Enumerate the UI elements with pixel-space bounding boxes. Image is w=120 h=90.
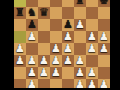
black-pawn-b6[interactable]: ♟: [27, 19, 37, 31]
square-g3[interactable]: [86, 55, 98, 67]
square-f8[interactable]: ♜: [74, 0, 86, 7]
square-h2[interactable]: [98, 67, 110, 79]
white-pawn-f2[interactable]: ♟: [75, 67, 85, 79]
square-a5-highlighted[interactable]: [14, 31, 26, 43]
square-d5[interactable]: [50, 31, 62, 43]
white-pawn-g2[interactable]: ♟: [87, 67, 97, 79]
chess-board: ♜♚♜♞♛♟♟♟♟♟♟♟♟♟♟♟♟♟♟♟♟♟♟♟♟♟♟♟♟♟♟♟: [14, 0, 110, 90]
square-h6[interactable]: [98, 19, 110, 31]
black-rook-a7[interactable]: ♜: [15, 7, 25, 19]
white-pawn-g4[interactable]: ♟: [87, 43, 97, 55]
square-g5[interactable]: ♟: [86, 31, 98, 43]
square-b6[interactable]: ♟: [26, 19, 38, 31]
square-e3[interactable]: ♟: [62, 55, 74, 67]
square-d8[interactable]: [50, 0, 62, 7]
square-c4[interactable]: [38, 43, 50, 55]
square-d3[interactable]: ♟: [50, 55, 62, 67]
square-c2[interactable]: ♟: [38, 67, 50, 79]
square-f6[interactable]: ♟: [74, 19, 86, 31]
square-h8[interactable]: ♚: [98, 0, 110, 7]
square-e8[interactable]: [62, 0, 74, 7]
white-pawn-d4[interactable]: ♟: [51, 43, 61, 55]
square-f4[interactable]: [74, 43, 86, 55]
square-g2[interactable]: ♟: [86, 67, 98, 79]
black-king-h8[interactable]: ♚: [99, 0, 109, 7]
square-e4[interactable]: ♟: [62, 43, 74, 55]
white-pawn-e5[interactable]: ♟: [63, 31, 73, 43]
square-h3[interactable]: [98, 55, 110, 67]
square-d2[interactable]: ♟: [50, 67, 62, 79]
square-g8[interactable]: [86, 0, 98, 7]
white-pawn-f6[interactable]: ♟: [75, 19, 85, 31]
square-c5[interactable]: [38, 31, 50, 43]
square-b8[interactable]: [26, 0, 38, 7]
white-pawn-e4[interactable]: ♟: [63, 43, 73, 55]
square-b5[interactable]: ♟: [26, 31, 38, 43]
square-h5[interactable]: ♟: [98, 31, 110, 43]
square-d7[interactable]: [50, 7, 62, 19]
white-pawn-d2[interactable]: ♟: [51, 67, 61, 79]
square-a6[interactable]: [14, 19, 26, 31]
square-h4[interactable]: ♟: [98, 43, 110, 55]
square-f7[interactable]: [74, 7, 86, 19]
square-a2[interactable]: [14, 67, 26, 79]
square-a8-highlighted[interactable]: [14, 0, 26, 7]
square-e7[interactable]: [62, 7, 74, 19]
square-f3[interactable]: ♟: [74, 55, 86, 67]
square-b4[interactable]: [26, 43, 38, 55]
white-pawn-b5[interactable]: ♟: [27, 31, 37, 43]
square-f5[interactable]: [74, 31, 86, 43]
square-e6[interactable]: ♟: [62, 19, 74, 31]
black-knight-b7[interactable]: ♞: [27, 7, 37, 19]
square-c8[interactable]: [38, 0, 50, 7]
square-g4[interactable]: ♟: [86, 43, 98, 55]
square-e5[interactable]: ♟: [62, 31, 74, 43]
white-pawn-d3[interactable]: ♟: [51, 55, 61, 67]
white-pawn-a4[interactable]: ♟: [15, 43, 25, 55]
square-d4[interactable]: ♟: [50, 43, 62, 55]
square-b2[interactable]: ♟: [26, 67, 38, 79]
letterbox-bottom: [0, 88, 120, 90]
white-pawn-c2[interactable]: ♟: [39, 67, 49, 79]
white-pawn-a3[interactable]: ♟: [15, 55, 25, 67]
white-pawn-h5[interactable]: ♟: [99, 31, 109, 43]
square-g6[interactable]: [86, 19, 98, 31]
white-pawn-f3[interactable]: ♟: [75, 55, 85, 67]
square-d6[interactable]: [50, 19, 62, 31]
square-e2[interactable]: [62, 67, 74, 79]
white-pawn-c3[interactable]: ♟: [39, 55, 49, 67]
white-pawn-h4[interactable]: ♟: [99, 43, 109, 55]
white-pawn-e3[interactable]: ♟: [63, 55, 73, 67]
black-queen-c7[interactable]: ♛: [39, 7, 49, 19]
white-pawn-g5[interactable]: ♟: [87, 31, 97, 43]
square-b3[interactable]: ♟: [26, 55, 38, 67]
white-pawn-b2[interactable]: ♟: [27, 67, 37, 79]
white-pawn-b3[interactable]: ♟: [27, 55, 37, 67]
square-a7[interactable]: ♜: [14, 7, 26, 19]
square-a4[interactable]: ♟: [14, 43, 26, 55]
square-h7[interactable]: [98, 7, 110, 19]
square-f2[interactable]: ♟: [74, 67, 86, 79]
square-b7[interactable]: ♞: [26, 7, 38, 19]
square-g7[interactable]: [86, 7, 98, 19]
square-c3[interactable]: ♟: [38, 55, 50, 67]
black-rook-f8[interactable]: ♜: [75, 0, 85, 7]
square-a3[interactable]: ♟: [14, 55, 26, 67]
black-pawn-e6[interactable]: ♟: [63, 19, 73, 31]
square-c6[interactable]: [38, 19, 50, 31]
square-c7[interactable]: ♛: [38, 7, 50, 19]
